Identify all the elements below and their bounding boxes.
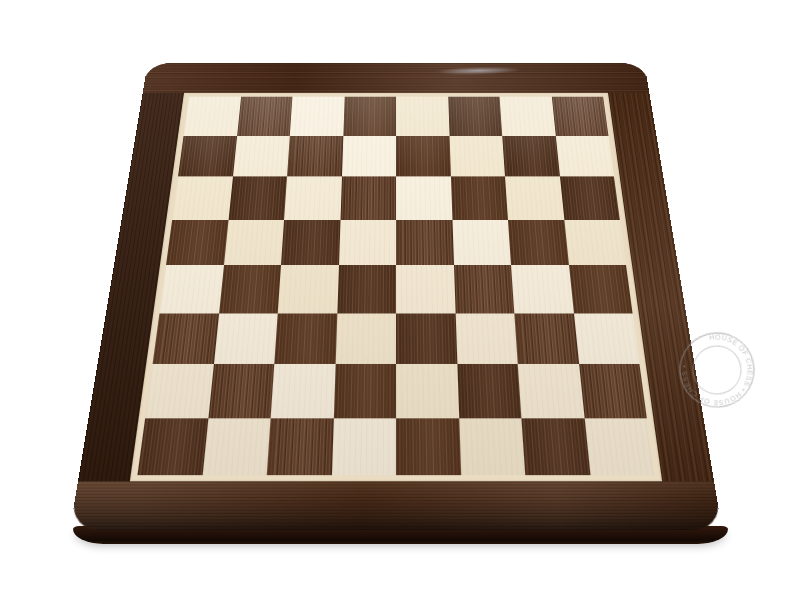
square-h4 xyxy=(569,265,633,313)
square-f4 xyxy=(454,265,515,313)
square-f6 xyxy=(450,176,507,219)
watermark-text: HOUSE OF CHESS • HOUSE OF CHESS • xyxy=(673,326,762,415)
square-b4 xyxy=(219,265,281,313)
square-g6 xyxy=(505,176,564,219)
square-a1 xyxy=(137,418,207,475)
square-g8 xyxy=(500,97,556,136)
square-e4 xyxy=(396,265,455,313)
product-photo: HOUSE OF CHESS • HOUSE OF CHESS • xyxy=(0,0,800,600)
square-e8 xyxy=(396,97,449,136)
square-e6 xyxy=(396,176,452,219)
square-c1 xyxy=(267,418,334,475)
square-a7 xyxy=(178,136,237,177)
square-f5 xyxy=(452,220,511,265)
square-b7 xyxy=(233,136,290,177)
square-c8 xyxy=(290,97,344,136)
square-a2 xyxy=(145,364,213,418)
square-h3 xyxy=(573,313,639,364)
square-b8 xyxy=(237,97,293,136)
square-h5 xyxy=(564,220,626,265)
square-d1 xyxy=(331,418,396,475)
square-e5 xyxy=(396,220,454,265)
square-d6 xyxy=(340,176,396,219)
square-h6 xyxy=(559,176,619,219)
square-a6 xyxy=(172,176,232,219)
square-e7 xyxy=(396,136,450,177)
square-a8 xyxy=(184,97,241,136)
square-d5 xyxy=(339,220,397,265)
square-c4 xyxy=(278,265,339,313)
svg-text:HOUSE OF CHESS • HOUSE OF CHES: HOUSE OF CHESS • HOUSE OF CHESS • xyxy=(673,326,762,415)
square-d3 xyxy=(335,313,396,364)
square-g3 xyxy=(514,313,578,364)
square-h8 xyxy=(551,97,608,136)
square-h2 xyxy=(579,364,647,418)
square-f7 xyxy=(449,136,505,177)
square-h1 xyxy=(584,418,654,475)
square-b1 xyxy=(202,418,271,475)
square-b6 xyxy=(228,176,287,219)
square-d2 xyxy=(333,364,396,418)
square-g7 xyxy=(502,136,559,177)
square-f2 xyxy=(457,364,522,418)
square-g4 xyxy=(511,265,573,313)
square-e3 xyxy=(396,313,457,364)
board-frame-top xyxy=(143,63,650,93)
square-b2 xyxy=(208,364,274,418)
board-frame-bottom xyxy=(70,481,722,530)
square-f8 xyxy=(448,97,502,136)
square-a5 xyxy=(166,220,228,265)
square-a3 xyxy=(153,313,219,364)
square-b5 xyxy=(224,220,285,265)
square-g1 xyxy=(521,418,590,475)
square-c6 xyxy=(284,176,341,219)
square-d4 xyxy=(337,265,396,313)
square-g2 xyxy=(518,364,584,418)
square-g5 xyxy=(508,220,569,265)
square-e2 xyxy=(396,364,459,418)
watermark-inner-ring xyxy=(688,341,746,399)
square-h7 xyxy=(555,136,614,177)
square-f1 xyxy=(459,418,526,475)
square-f3 xyxy=(455,313,518,364)
square-e1 xyxy=(396,418,461,475)
board-grid xyxy=(137,97,654,475)
square-c2 xyxy=(271,364,336,418)
square-b3 xyxy=(213,313,277,364)
square-a4 xyxy=(159,265,223,313)
chess-board xyxy=(70,63,722,530)
square-c5 xyxy=(281,220,340,265)
square-d8 xyxy=(343,97,396,136)
square-d7 xyxy=(342,136,396,177)
square-c7 xyxy=(287,136,343,177)
square-c3 xyxy=(274,313,337,364)
